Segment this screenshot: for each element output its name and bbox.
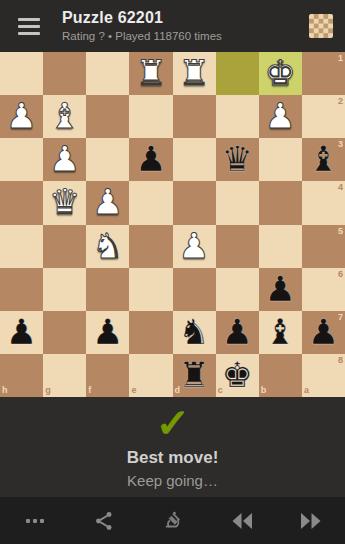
square-f2[interactable] (86, 95, 129, 138)
square-d1[interactable]: ♜ (173, 52, 216, 95)
black-pawn: ♟ (265, 268, 296, 311)
board-theme-icon[interactable] (309, 14, 333, 38)
square-c1[interactable] (216, 52, 259, 95)
rank-label-4: 4 (338, 183, 343, 192)
square-h1[interactable] (0, 52, 43, 95)
square-b2[interactable]: ♟ (259, 95, 302, 138)
square-c2[interactable] (216, 95, 259, 138)
square-d3[interactable] (173, 138, 216, 181)
rewind-button[interactable] (207, 497, 276, 544)
share-icon (93, 510, 115, 532)
rank-label-5: 5 (338, 227, 343, 236)
square-c7[interactable]: ♟ (216, 311, 259, 354)
forward-button[interactable] (276, 497, 345, 544)
rank-label-3: 3 (338, 140, 343, 149)
square-c6[interactable] (216, 268, 259, 311)
file-label-a: a (304, 386, 309, 395)
file-label-g: g (45, 386, 51, 395)
square-g7[interactable] (43, 311, 86, 354)
white-rook: ♜ (178, 52, 209, 95)
square-a3[interactable]: ♝3 (302, 138, 345, 181)
checkmark-icon: ✓ (155, 403, 190, 443)
ellipsis-icon (26, 519, 44, 523)
square-b4[interactable] (259, 181, 302, 224)
file-label-d: d (175, 386, 181, 395)
square-e8[interactable]: e (129, 354, 172, 397)
black-pawn: ♟ (135, 138, 166, 181)
white-king: ♚ (265, 52, 296, 95)
square-g8[interactable]: g (43, 354, 86, 397)
file-label-f: f (88, 386, 91, 395)
rank-label-7: 7 (338, 313, 343, 322)
feedback-subtitle: Keep going… (127, 472, 218, 489)
square-g5[interactable] (43, 225, 86, 268)
square-h3[interactable] (0, 138, 43, 181)
square-h2[interactable]: ♟ (0, 95, 43, 138)
page-title: Puzzle 62201 (62, 8, 309, 28)
square-e2[interactable] (129, 95, 172, 138)
black-bishop: ♝ (265, 311, 296, 354)
square-d8[interactable]: ♜d (173, 354, 216, 397)
square-e5[interactable] (129, 225, 172, 268)
square-f7[interactable]: ♟ (86, 311, 129, 354)
white-pawn: ♟ (265, 95, 296, 138)
white-pawn: ♟ (178, 225, 209, 268)
square-d4[interactable] (173, 181, 216, 224)
square-e1[interactable]: ♜ (129, 52, 172, 95)
square-c5[interactable] (216, 225, 259, 268)
square-h7[interactable]: ♟ (0, 311, 43, 354)
square-c3[interactable]: ♛ (216, 138, 259, 181)
square-h6[interactable] (0, 268, 43, 311)
square-h4[interactable] (0, 181, 43, 224)
fast-forward-icon (299, 511, 323, 531)
square-a2[interactable]: 2 (302, 95, 345, 138)
header: Puzzle 62201 Rating ? • Played 118760 ti… (0, 0, 345, 52)
black-pawn: ♟ (92, 311, 123, 354)
white-bishop: ♝ (49, 95, 80, 138)
square-e6[interactable] (129, 268, 172, 311)
square-f1[interactable] (86, 52, 129, 95)
square-f3[interactable] (86, 138, 129, 181)
square-b8[interactable]: b (259, 354, 302, 397)
square-g3[interactable]: ♟ (43, 138, 86, 181)
rank-label-6: 6 (338, 270, 343, 279)
square-b1[interactable]: ♚ (259, 52, 302, 95)
rank-label-2: 2 (338, 97, 343, 106)
white-queen: ♛ (49, 181, 80, 224)
square-f5[interactable]: ♞ (86, 225, 129, 268)
square-e4[interactable] (129, 181, 172, 224)
black-rook: ♜ (178, 354, 209, 397)
rank-label-8: 8 (338, 356, 343, 365)
black-pawn: ♟ (221, 311, 252, 354)
square-b7[interactable]: ♝ (259, 311, 302, 354)
square-g2[interactable]: ♝ (43, 95, 86, 138)
white-knight: ♞ (92, 225, 123, 268)
square-a6[interactable]: 6 (302, 268, 345, 311)
black-bishop: ♝ (308, 138, 339, 181)
share-button[interactable] (69, 497, 138, 544)
bottom-toolbar (0, 497, 345, 544)
square-a7[interactable]: ♟7 (302, 311, 345, 354)
file-label-c: c (218, 386, 223, 395)
square-d2[interactable] (173, 95, 216, 138)
square-b5[interactable] (259, 225, 302, 268)
square-b6[interactable]: ♟ (259, 268, 302, 311)
file-label-h: h (2, 386, 8, 395)
menu-icon[interactable] (18, 18, 40, 35)
puzzle-app: Puzzle 62201 Rating ? • Played 118760 ti… (0, 0, 345, 544)
square-c8[interactable]: ♚c (216, 354, 259, 397)
black-king: ♚ (221, 354, 252, 397)
square-h5[interactable] (0, 225, 43, 268)
rank-label-1: 1 (338, 54, 343, 63)
square-g1[interactable] (43, 52, 86, 95)
square-d5[interactable]: ♟ (173, 225, 216, 268)
square-d6[interactable] (173, 268, 216, 311)
header-titles: Puzzle 62201 Rating ? • Played 118760 ti… (62, 8, 309, 43)
square-a1[interactable]: 1 (302, 52, 345, 95)
puzzle-stats: Rating ? • Played 118760 times (62, 29, 309, 43)
black-pawn: ♟ (308, 311, 339, 354)
square-a4[interactable]: 4 (302, 181, 345, 224)
white-rook: ♜ (135, 52, 166, 95)
feedback-panel: ✓ Best move! Keep going… (0, 397, 345, 497)
fast-backward-icon (230, 511, 254, 531)
file-label-b: b (261, 386, 267, 395)
square-f6[interactable] (86, 268, 129, 311)
file-label-e: e (131, 386, 136, 395)
square-d7[interactable]: ♞ (173, 311, 216, 354)
square-e7[interactable] (129, 311, 172, 354)
microscope-icon (162, 510, 184, 532)
white-pawn: ♟ (92, 181, 123, 224)
black-queen: ♛ (221, 138, 252, 181)
analyze-button[interactable] (138, 497, 207, 544)
square-f8[interactable]: f (86, 354, 129, 397)
black-knight: ♞ (178, 311, 209, 354)
square-e3[interactable]: ♟ (129, 138, 172, 181)
square-b3[interactable] (259, 138, 302, 181)
square-a5[interactable]: 5 (302, 225, 345, 268)
chess-board[interactable]: ♜♜♚1♟♝♟2♟♟♛♝3♛♟4♞♟5♟6♟♟♞♟♝♟7hgfe♜d♚cb8a (0, 52, 345, 397)
square-f4[interactable]: ♟ (86, 181, 129, 224)
square-c4[interactable] (216, 181, 259, 224)
square-a8[interactable]: 8a (302, 354, 345, 397)
black-pawn: ♟ (6, 311, 37, 354)
square-h8[interactable]: h (0, 354, 43, 397)
white-pawn: ♟ (49, 138, 80, 181)
square-g6[interactable] (43, 268, 86, 311)
white-pawn: ♟ (6, 95, 37, 138)
more-button[interactable] (0, 497, 69, 544)
square-g4[interactable]: ♛ (43, 181, 86, 224)
feedback-title: Best move! (127, 448, 219, 468)
